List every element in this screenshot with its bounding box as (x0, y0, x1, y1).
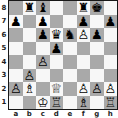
file-label-c: c (36, 110, 50, 118)
square-c6[interactable]: ♟ (36, 28, 50, 42)
rank-label-1: 1 (0, 96, 8, 110)
white-bishop[interactable]: ♗ (23, 82, 35, 95)
square-f6[interactable]: ♙ (77, 28, 91, 42)
square-a6[interactable] (9, 28, 23, 42)
white-king[interactable]: ♔ (37, 96, 49, 109)
square-h1[interactable]: ♖ (104, 96, 118, 110)
square-h7[interactable]: ♟ (104, 15, 118, 29)
file-label-e: e (63, 110, 77, 118)
square-f5[interactable] (77, 42, 91, 56)
square-b7[interactable] (23, 15, 37, 29)
square-b6[interactable] (23, 28, 37, 42)
square-a7[interactable]: ♟ (9, 15, 23, 29)
black-knight[interactable]: ♞ (64, 28, 76, 41)
square-h5[interactable] (104, 42, 118, 56)
white-queen[interactable]: ♕ (50, 82, 62, 95)
square-f3[interactable] (77, 69, 91, 83)
square-b8[interactable]: ♜ (23, 1, 37, 15)
file-label-d: d (50, 110, 64, 118)
square-d3[interactable] (50, 69, 64, 83)
white-pawn[interactable]: ♙ (77, 82, 89, 95)
square-a3[interactable] (9, 69, 23, 83)
square-f7[interactable]: ♟ (77, 15, 91, 29)
square-f8[interactable]: ♜ (77, 1, 91, 15)
square-g7[interactable] (90, 15, 104, 29)
rank-labels: 87654321 (0, 1, 8, 109)
rank-label-8: 8 (0, 1, 8, 15)
square-a8[interactable] (9, 1, 23, 15)
black-rook[interactable]: ♜ (77, 1, 89, 14)
rank-label-6: 6 (0, 28, 8, 42)
square-g4[interactable] (90, 55, 104, 69)
square-f4[interactable] (77, 55, 91, 69)
square-e3[interactable] (63, 69, 77, 83)
square-b5[interactable] (23, 42, 37, 56)
black-pawn[interactable]: ♟ (37, 28, 49, 41)
square-d1[interactable]: ♖ (50, 96, 64, 110)
black-king[interactable]: ♚ (91, 1, 103, 14)
white-pawn[interactable]: ♙ (37, 55, 49, 68)
white-bishop[interactable]: ♗ (77, 96, 89, 109)
square-c2[interactable] (36, 82, 50, 96)
square-e5[interactable] (63, 42, 77, 56)
square-e1[interactable] (63, 96, 77, 110)
white-pawn[interactable]: ♙ (77, 28, 89, 41)
square-a5[interactable] (9, 42, 23, 56)
square-c8[interactable]: ♝ (36, 1, 50, 15)
square-e8[interactable] (63, 1, 77, 15)
square-c1[interactable]: ♔ (36, 96, 50, 110)
square-h8[interactable] (104, 1, 118, 15)
square-f2[interactable]: ♙ (77, 82, 91, 96)
square-c7[interactable]: ♟ (36, 15, 50, 29)
file-label-a: a (9, 110, 23, 118)
rank-label-3: 3 (0, 69, 8, 83)
white-rook[interactable]: ♖ (50, 96, 62, 109)
square-a2[interactable]: ♙ (9, 82, 23, 96)
square-a4[interactable] (9, 55, 23, 69)
square-a1[interactable] (9, 96, 23, 110)
file-labels: abcdefgh (9, 110, 117, 118)
white-pawn[interactable]: ♙ (23, 69, 35, 82)
square-b4[interactable] (23, 55, 37, 69)
white-pawn[interactable]: ♙ (10, 82, 22, 95)
rank-label-4: 4 (0, 55, 8, 69)
square-d5[interactable]: ♟ (50, 42, 64, 56)
white-pawn[interactable]: ♙ (91, 82, 103, 95)
square-c3[interactable] (36, 69, 50, 83)
black-pawn[interactable]: ♟ (50, 42, 62, 55)
square-d2[interactable]: ♕ (50, 82, 64, 96)
black-pawn[interactable]: ♟ (10, 15, 22, 28)
square-h4[interactable] (104, 55, 118, 69)
square-d8[interactable] (50, 1, 64, 15)
rank-label-7: 7 (0, 15, 8, 29)
square-b3[interactable]: ♙ (23, 69, 37, 83)
black-pawn[interactable]: ♟ (77, 15, 89, 28)
white-pawn[interactable]: ♙ (104, 82, 116, 95)
chess-board[interactable]: ♜♝♜♚♟♟♟♟♟♛♞♙♟♟♙♙♙♗♕♙♙♙♔♖♗♖ (8, 0, 118, 110)
square-e6[interactable]: ♞ (63, 28, 77, 42)
square-d7[interactable] (50, 15, 64, 29)
square-g8[interactable]: ♚ (90, 1, 104, 15)
file-label-g: g (90, 110, 104, 118)
square-g3[interactable] (90, 69, 104, 83)
file-label-f: f (77, 110, 91, 118)
square-f1[interactable]: ♗ (77, 96, 91, 110)
square-d4[interactable] (50, 55, 64, 69)
square-g1[interactable] (90, 96, 104, 110)
white-rook[interactable]: ♖ (104, 96, 116, 109)
black-pawn[interactable]: ♟ (104, 15, 116, 28)
black-queen[interactable]: ♛ (50, 28, 62, 41)
square-c5[interactable] (36, 42, 50, 56)
square-h3[interactable] (104, 69, 118, 83)
square-g2[interactable]: ♙ (90, 82, 104, 96)
rank-label-5: 5 (0, 42, 8, 56)
black-pawn[interactable]: ♟ (37, 15, 49, 28)
square-h2[interactable]: ♙ (104, 82, 118, 96)
file-label-b: b (23, 110, 37, 118)
black-bishop[interactable]: ♝ (37, 1, 49, 14)
file-label-h: h (104, 110, 118, 118)
square-g6[interactable]: ♟ (90, 28, 104, 42)
square-b2[interactable]: ♗ (23, 82, 37, 96)
square-c4[interactable]: ♙ (36, 55, 50, 69)
black-pawn[interactable]: ♟ (91, 28, 103, 41)
black-rook[interactable]: ♜ (23, 1, 35, 14)
square-d6[interactable]: ♛ (50, 28, 64, 42)
square-g5[interactable] (90, 42, 104, 56)
square-b1[interactable] (23, 96, 37, 110)
chess-diagram: 87654321 ♜♝♜♚♟♟♟♟♟♛♞♙♟♟♙♙♙♗♕♙♙♙♔♖♗♖ abcd… (0, 0, 118, 118)
square-e2[interactable] (63, 82, 77, 96)
rank-label-2: 2 (0, 82, 8, 96)
square-h6[interactable] (104, 28, 118, 42)
square-e4[interactable] (63, 55, 77, 69)
square-e7[interactable] (63, 15, 77, 29)
